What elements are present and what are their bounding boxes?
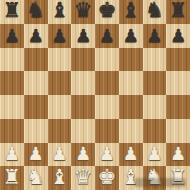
piece-white-pawn[interactable]: ♟ xyxy=(146,145,162,163)
piece-black-pawn[interactable]: ♟ xyxy=(28,27,44,45)
square-e5[interactable] xyxy=(95,71,119,95)
piece-white-pawn[interactable]: ♟ xyxy=(4,145,20,163)
square-c1[interactable]: ♝ xyxy=(48,166,72,190)
square-c2[interactable]: ♟ xyxy=(48,143,72,167)
piece-black-bishop[interactable]: ♝ xyxy=(121,0,140,21)
chess-board: ♜♞♝♛♚♝♞♜♟♟♟♟♟♟♟♟♟♟♟♟♟♟♟♟♜♞♝♛♚♝♞♜ xyxy=(0,0,190,190)
square-g3[interactable] xyxy=(143,119,167,143)
square-b4[interactable] xyxy=(24,95,48,119)
square-a3[interactable] xyxy=(0,119,24,143)
square-b3[interactable] xyxy=(24,119,48,143)
square-d3[interactable] xyxy=(71,119,95,143)
square-f3[interactable] xyxy=(119,119,143,143)
square-b7[interactable]: ♟ xyxy=(24,24,48,48)
square-c4[interactable] xyxy=(48,95,72,119)
square-c3[interactable] xyxy=(48,119,72,143)
piece-white-king[interactable]: ♚ xyxy=(97,167,116,188)
square-g6[interactable] xyxy=(143,48,167,72)
piece-black-king[interactable]: ♚ xyxy=(97,0,116,21)
chess-board-wrapper: ♜♞♝♛♚♝♞♜♟♟♟♟♟♟♟♟♟♟♟♟♟♟♟♟♜♞♝♛♚♝♞♜ xyxy=(0,0,190,190)
piece-white-knight[interactable]: ♞ xyxy=(26,167,45,188)
square-d7[interactable]: ♟ xyxy=(71,24,95,48)
square-a7[interactable]: ♟ xyxy=(0,24,24,48)
piece-black-knight[interactable]: ♞ xyxy=(26,0,45,21)
square-f4[interactable] xyxy=(119,95,143,119)
square-e8[interactable]: ♚ xyxy=(95,0,119,24)
piece-white-bishop[interactable]: ♝ xyxy=(121,167,140,188)
square-b8[interactable]: ♞ xyxy=(24,0,48,24)
square-d4[interactable] xyxy=(71,95,95,119)
square-e1[interactable]: ♚ xyxy=(95,166,119,190)
square-g2[interactable]: ♟ xyxy=(143,143,167,167)
square-g8[interactable]: ♞ xyxy=(143,0,167,24)
square-a1[interactable]: ♜ xyxy=(0,166,24,190)
square-f5[interactable] xyxy=(119,71,143,95)
square-e3[interactable] xyxy=(95,119,119,143)
square-h8[interactable]: ♜ xyxy=(166,0,190,24)
square-e4[interactable] xyxy=(95,95,119,119)
square-a6[interactable] xyxy=(0,48,24,72)
square-e2[interactable]: ♟ xyxy=(95,143,119,167)
square-g4[interactable] xyxy=(143,95,167,119)
square-c5[interactable] xyxy=(48,71,72,95)
square-a2[interactable]: ♟ xyxy=(0,143,24,167)
piece-white-pawn[interactable]: ♟ xyxy=(75,145,91,163)
piece-white-pawn[interactable]: ♟ xyxy=(170,145,186,163)
square-c7[interactable]: ♟ xyxy=(48,24,72,48)
square-f2[interactable]: ♟ xyxy=(119,143,143,167)
piece-white-pawn[interactable]: ♟ xyxy=(123,145,139,163)
square-h1[interactable]: ♜ xyxy=(166,166,190,190)
square-b1[interactable]: ♞ xyxy=(24,166,48,190)
square-a8[interactable]: ♜ xyxy=(0,0,24,24)
square-b6[interactable] xyxy=(24,48,48,72)
square-g5[interactable] xyxy=(143,71,167,95)
square-d2[interactable]: ♟ xyxy=(71,143,95,167)
piece-black-pawn[interactable]: ♟ xyxy=(146,27,162,45)
square-c8[interactable]: ♝ xyxy=(48,0,72,24)
piece-white-pawn[interactable]: ♟ xyxy=(28,145,44,163)
square-h4[interactable] xyxy=(166,95,190,119)
square-b2[interactable]: ♟ xyxy=(24,143,48,167)
piece-white-rook[interactable]: ♜ xyxy=(2,167,21,188)
square-h7[interactable]: ♟ xyxy=(166,24,190,48)
square-d1[interactable]: ♛ xyxy=(71,166,95,190)
square-f7[interactable]: ♟ xyxy=(119,24,143,48)
square-f8[interactable]: ♝ xyxy=(119,0,143,24)
square-g1[interactable]: ♞ xyxy=(143,166,167,190)
piece-black-rook[interactable]: ♜ xyxy=(2,0,21,21)
square-h2[interactable]: ♟ xyxy=(166,143,190,167)
square-f1[interactable]: ♝ xyxy=(119,166,143,190)
square-b5[interactable] xyxy=(24,71,48,95)
piece-white-bishop[interactable]: ♝ xyxy=(50,167,69,188)
square-f6[interactable] xyxy=(119,48,143,72)
piece-white-queen[interactable]: ♛ xyxy=(74,167,93,188)
piece-black-pawn[interactable]: ♟ xyxy=(4,27,20,45)
piece-black-pawn[interactable]: ♟ xyxy=(75,27,91,45)
piece-black-bishop[interactable]: ♝ xyxy=(50,0,69,21)
square-c6[interactable] xyxy=(48,48,72,72)
piece-black-pawn[interactable]: ♟ xyxy=(99,27,115,45)
square-d6[interactable] xyxy=(71,48,95,72)
piece-white-knight[interactable]: ♞ xyxy=(145,167,164,188)
piece-black-pawn[interactable]: ♟ xyxy=(51,27,67,45)
square-h6[interactable] xyxy=(166,48,190,72)
square-a5[interactable] xyxy=(0,71,24,95)
square-h5[interactable] xyxy=(166,71,190,95)
square-h3[interactable] xyxy=(166,119,190,143)
square-a4[interactable] xyxy=(0,95,24,119)
square-e7[interactable]: ♟ xyxy=(95,24,119,48)
square-d5[interactable] xyxy=(71,71,95,95)
square-g7[interactable]: ♟ xyxy=(143,24,167,48)
square-e6[interactable] xyxy=(95,48,119,72)
piece-white-pawn[interactable]: ♟ xyxy=(51,145,67,163)
piece-black-pawn[interactable]: ♟ xyxy=(123,27,139,45)
piece-black-queen[interactable]: ♛ xyxy=(74,0,93,21)
piece-black-rook[interactable]: ♜ xyxy=(169,0,188,21)
piece-black-knight[interactable]: ♞ xyxy=(145,0,164,21)
square-d8[interactable]: ♛ xyxy=(71,0,95,24)
piece-white-rook[interactable]: ♜ xyxy=(169,167,188,188)
piece-black-pawn[interactable]: ♟ xyxy=(170,27,186,45)
piece-white-pawn[interactable]: ♟ xyxy=(99,145,115,163)
